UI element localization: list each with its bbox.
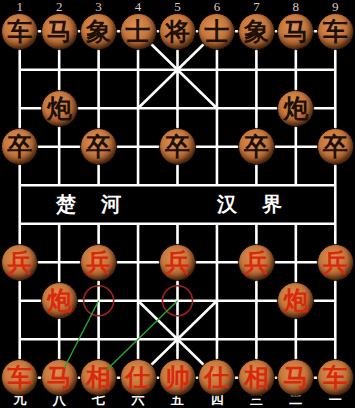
- piece-glyph: 将: [165, 13, 190, 50]
- piece-red-兵[interactable]: 兵: [238, 244, 275, 281]
- piece-glyph: 车: [7, 359, 32, 396]
- board-cell-9-10: 车: [316, 359, 355, 398]
- board-cell-6-8[interactable]: [197, 282, 236, 321]
- board-cell-7-1: 象: [237, 12, 276, 51]
- board-cell-1-9[interactable]: [0, 320, 39, 359]
- board-cell-3-5[interactable]: [79, 166, 118, 205]
- board-cell-9-7: 兵: [316, 243, 355, 282]
- piece-red-炮[interactable]: 炮: [41, 282, 78, 319]
- piece-black-象[interactable]: 象: [80, 13, 117, 50]
- board-cell-5-4: 卒: [158, 128, 197, 167]
- board-cell-1-5[interactable]: [0, 166, 39, 205]
- board-cell-7-7: 兵: [237, 243, 276, 282]
- board-cell-7-4: 卒: [237, 128, 276, 167]
- board-cell-4-6[interactable]: [118, 205, 157, 244]
- board-cell-6-1: 士: [197, 12, 236, 51]
- piece-black-卒[interactable]: 卒: [238, 128, 275, 165]
- board-cell-9-8[interactable]: [316, 282, 355, 321]
- piece-grid: 车马象士将士象马车炮炮卒卒卒卒卒兵兵兵兵兵炮炮车马相仕帅仕相马车: [0, 12, 355, 397]
- board-cell-1-10: 车: [0, 359, 39, 398]
- piece-red-相[interactable]: 相: [80, 359, 117, 396]
- board-cell-2-4[interactable]: [39, 128, 78, 167]
- board-cell-1-2[interactable]: [0, 51, 39, 90]
- board-cell-1-8[interactable]: [0, 282, 39, 321]
- board-cell-8-10: 马: [276, 359, 315, 398]
- piece-red-车[interactable]: 车: [317, 359, 354, 396]
- piece-red-兵[interactable]: 兵: [159, 244, 196, 281]
- board-cell-3-7: 兵: [79, 243, 118, 282]
- board-cell-9-9[interactable]: [316, 320, 355, 359]
- board-cell-7-8[interactable]: [237, 282, 276, 321]
- board-cell-6-2[interactable]: [197, 51, 236, 90]
- board-cell-5-7: 兵: [158, 243, 197, 282]
- board-cell-2-5[interactable]: [39, 166, 78, 205]
- piece-glyph: 象: [244, 13, 269, 50]
- board-cell-7-5[interactable]: [237, 166, 276, 205]
- board-cell-5-9[interactable]: [158, 320, 197, 359]
- board-cell-1-1: 车: [0, 12, 39, 51]
- board-cell-5-1: 将: [158, 12, 197, 51]
- piece-red-帅[interactable]: 帅: [159, 359, 196, 396]
- piece-black-车[interactable]: 车: [1, 13, 38, 50]
- piece-red-马[interactable]: 马: [41, 359, 78, 396]
- piece-red-兵[interactable]: 兵: [80, 244, 117, 281]
- board-cell-1-6[interactable]: [0, 205, 39, 244]
- piece-black-卒[interactable]: 卒: [80, 128, 117, 165]
- piece-glyph: 炮: [47, 90, 72, 127]
- board-cell-8-9[interactable]: [276, 320, 315, 359]
- piece-black-象[interactable]: 象: [238, 13, 275, 50]
- board-cell-3-4: 卒: [79, 128, 118, 167]
- board-cell-6-3[interactable]: [197, 89, 236, 128]
- board-cell-3-6[interactable]: [79, 205, 118, 244]
- piece-glyph: 相: [86, 359, 111, 396]
- piece-red-仕[interactable]: 仕: [120, 359, 157, 396]
- xiangqi-board: 楚 河 汉 界 123456789 九八七六五四三二一 车马象士将士象马车炮炮卒…: [0, 0, 355, 408]
- piece-glyph: 帅: [165, 359, 190, 396]
- piece-glyph: 士: [204, 13, 229, 50]
- piece-glyph: 卒: [86, 128, 111, 165]
- piece-black-炮[interactable]: 炮: [277, 90, 314, 127]
- piece-glyph: 士: [126, 13, 151, 50]
- board-cell-9-4: 卒: [316, 128, 355, 167]
- piece-red-兵[interactable]: 兵: [317, 244, 354, 281]
- board-cell-4-3[interactable]: [118, 89, 157, 128]
- board-cell-6-5[interactable]: [197, 166, 236, 205]
- piece-black-将[interactable]: 将: [159, 13, 196, 50]
- board-cell-3-9[interactable]: [79, 320, 118, 359]
- piece-glyph: 兵: [244, 244, 269, 281]
- board-cell-2-1: 马: [39, 12, 78, 51]
- piece-glyph: 象: [86, 13, 111, 50]
- board-cell-1-4: 卒: [0, 128, 39, 167]
- piece-black-士[interactable]: 士: [120, 13, 157, 50]
- piece-glyph: 马: [283, 13, 308, 50]
- piece-glyph: 马: [47, 359, 72, 396]
- board-cell-6-6[interactable]: [197, 205, 236, 244]
- piece-glyph: 兵: [165, 244, 190, 281]
- board-cell-9-1: 车: [316, 12, 355, 51]
- board-cell-1-3[interactable]: [0, 89, 39, 128]
- piece-black-卒[interactable]: 卒: [159, 128, 196, 165]
- piece-black-马[interactable]: 马: [277, 13, 314, 50]
- piece-red-车[interactable]: 车: [1, 359, 38, 396]
- board-cell-4-4[interactable]: [118, 128, 157, 167]
- piece-glyph: 相: [244, 359, 269, 396]
- piece-black-马[interactable]: 马: [41, 13, 78, 50]
- board-cell-6-10: 仕: [197, 359, 236, 398]
- board-cell-8-6[interactable]: [276, 205, 315, 244]
- board-cell-6-4[interactable]: [197, 128, 236, 167]
- board-cell-5-6[interactable]: [158, 205, 197, 244]
- board-cell-7-6[interactable]: [237, 205, 276, 244]
- piece-glyph: 兵: [323, 244, 348, 281]
- piece-glyph: 仕: [204, 359, 229, 396]
- board-cell-4-2[interactable]: [118, 51, 157, 90]
- board-cell-5-10: 帅: [158, 359, 197, 398]
- board-cell-7-9[interactable]: [237, 320, 276, 359]
- board-cell-9-6[interactable]: [316, 205, 355, 244]
- board-cell-4-10: 仕: [118, 359, 157, 398]
- board-cell-8-2[interactable]: [276, 51, 315, 90]
- board-cell-2-3: 炮: [39, 89, 78, 128]
- piece-glyph: 兵: [86, 244, 111, 281]
- piece-red-炮[interactable]: 炮: [277, 282, 314, 319]
- board-cell-9-5[interactable]: [316, 166, 355, 205]
- board-cell-8-7[interactable]: [276, 243, 315, 282]
- piece-glyph: 车: [323, 359, 348, 396]
- board-cell-2-8: 炮: [39, 282, 78, 321]
- board-cell-6-7[interactable]: [197, 243, 236, 282]
- piece-black-卒[interactable]: 卒: [317, 128, 354, 165]
- piece-glyph: 卒: [244, 128, 269, 165]
- piece-red-兵[interactable]: 兵: [1, 244, 38, 281]
- piece-glyph: 卒: [323, 128, 348, 165]
- piece-glyph: 车: [323, 13, 348, 50]
- board-cell-3-1: 象: [79, 12, 118, 51]
- board-cell-9-2[interactable]: [316, 51, 355, 90]
- piece-black-车[interactable]: 车: [317, 13, 354, 50]
- board-cell-3-8[interactable]: [79, 282, 118, 321]
- piece-red-仕[interactable]: 仕: [198, 359, 235, 396]
- board-cell-8-1: 马: [276, 12, 315, 51]
- board-cell-5-8[interactable]: [158, 282, 197, 321]
- board-cell-5-3[interactable]: [158, 89, 197, 128]
- board-cell-4-8[interactable]: [118, 282, 157, 321]
- board-cell-4-9[interactable]: [118, 320, 157, 359]
- board-cell-2-7[interactable]: [39, 243, 78, 282]
- piece-glyph: 车: [7, 13, 32, 50]
- board-cell-4-5[interactable]: [118, 166, 157, 205]
- board-cell-4-7[interactable]: [118, 243, 157, 282]
- board-cell-2-2[interactable]: [39, 51, 78, 90]
- board-cell-5-5[interactable]: [158, 166, 197, 205]
- board-cell-8-3: 炮: [276, 89, 315, 128]
- board-cell-8-5[interactable]: [276, 166, 315, 205]
- piece-glyph: 炮: [283, 282, 308, 319]
- board-cell-2-6[interactable]: [39, 205, 78, 244]
- board-cell-5-2[interactable]: [158, 51, 197, 90]
- piece-red-马[interactable]: 马: [277, 359, 314, 396]
- board-cell-7-10: 相: [237, 359, 276, 398]
- piece-glyph: 马: [47, 13, 72, 50]
- board-cell-7-2[interactable]: [237, 51, 276, 90]
- board-cell-3-3[interactable]: [79, 89, 118, 128]
- piece-glyph: 仕: [126, 359, 151, 396]
- piece-glyph: 炮: [47, 282, 72, 319]
- board-cell-1-7: 兵: [0, 243, 39, 282]
- board-cell-9-3[interactable]: [316, 89, 355, 128]
- piece-glyph: 卒: [165, 128, 190, 165]
- piece-glyph: 兵: [7, 244, 32, 281]
- board-cell-4-1: 士: [118, 12, 157, 51]
- board-cell-7-3[interactable]: [237, 89, 276, 128]
- board-cell-3-2[interactable]: [79, 51, 118, 90]
- board-cell-6-9[interactable]: [197, 320, 236, 359]
- piece-black-炮[interactable]: 炮: [41, 90, 78, 127]
- piece-black-士[interactable]: 士: [198, 13, 235, 50]
- board-cell-2-10: 马: [39, 359, 78, 398]
- piece-red-相[interactable]: 相: [238, 359, 275, 396]
- piece-black-卒[interactable]: 卒: [1, 128, 38, 165]
- piece-glyph: 卒: [7, 128, 32, 165]
- board-cell-8-8: 炮: [276, 282, 315, 321]
- piece-glyph: 炮: [283, 90, 308, 127]
- piece-glyph: 马: [283, 359, 308, 396]
- board-cell-8-4[interactable]: [276, 128, 315, 167]
- board-cell-2-9[interactable]: [39, 320, 78, 359]
- board-cell-3-10: 相: [79, 359, 118, 398]
